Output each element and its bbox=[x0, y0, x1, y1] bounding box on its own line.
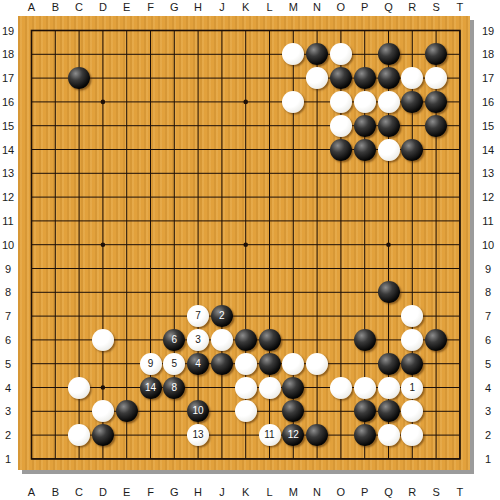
col-label-bottom-E: E bbox=[119, 486, 135, 499]
white-stone-N5[interactable] bbox=[306, 353, 328, 375]
row-label-left-5: 5 bbox=[0, 358, 16, 371]
row-label-left-2: 2 bbox=[0, 429, 16, 442]
col-label-top-D: D bbox=[95, 1, 111, 14]
white-stone-L4[interactable] bbox=[259, 377, 281, 399]
black-stone-R5[interactable] bbox=[401, 353, 423, 375]
col-label-top-A: A bbox=[24, 1, 40, 14]
black-stone-F4[interactable]: 14 bbox=[140, 377, 162, 399]
col-label-bottom-N: N bbox=[309, 486, 325, 499]
black-stone-O14[interactable] bbox=[330, 139, 352, 161]
white-stone-D6[interactable] bbox=[92, 329, 114, 351]
col-label-bottom-C: C bbox=[71, 486, 87, 499]
row-label-right-10: 10 bbox=[480, 239, 496, 252]
black-stone-O17[interactable] bbox=[330, 67, 352, 89]
white-stone-K3[interactable] bbox=[235, 400, 257, 422]
black-stone-Q17[interactable] bbox=[378, 67, 400, 89]
white-stone-O15[interactable] bbox=[330, 115, 352, 137]
col-label-top-K: K bbox=[238, 1, 254, 14]
move-number-label: 5 bbox=[172, 359, 178, 369]
col-label-top-J: J bbox=[214, 1, 230, 14]
row-label-left-19: 19 bbox=[0, 25, 16, 38]
move-number-label: 8 bbox=[172, 383, 178, 393]
row-label-left-15: 15 bbox=[0, 120, 16, 133]
black-stone-E3[interactable] bbox=[116, 400, 138, 422]
white-stone-C4[interactable] bbox=[68, 377, 90, 399]
row-label-left-10: 10 bbox=[0, 239, 16, 252]
move-number-label: 10 bbox=[193, 406, 204, 416]
col-label-top-C: C bbox=[71, 1, 87, 14]
row-label-right-19: 19 bbox=[480, 25, 496, 38]
col-label-bottom-S: S bbox=[428, 486, 444, 499]
black-stone-Q8[interactable] bbox=[378, 281, 400, 303]
row-label-left-1: 1 bbox=[0, 453, 16, 466]
col-label-bottom-O: O bbox=[333, 486, 349, 499]
white-stone-R4[interactable]: 1 bbox=[401, 377, 423, 399]
col-label-top-L: L bbox=[262, 1, 278, 14]
col-label-bottom-J: J bbox=[214, 486, 230, 499]
row-label-right-8: 8 bbox=[480, 286, 496, 299]
row-label-right-6: 6 bbox=[480, 334, 496, 347]
row-label-right-14: 14 bbox=[480, 144, 496, 157]
black-stone-G4[interactable]: 8 bbox=[163, 377, 185, 399]
white-stone-K4[interactable] bbox=[235, 377, 257, 399]
col-label-bottom-B: B bbox=[47, 486, 63, 499]
black-stone-J5[interactable] bbox=[211, 353, 233, 375]
black-stone-Q5[interactable] bbox=[378, 353, 400, 375]
row-label-right-9: 9 bbox=[480, 263, 496, 276]
col-label-top-M: M bbox=[285, 1, 301, 14]
col-label-top-G: G bbox=[166, 1, 182, 14]
black-stone-S6[interactable] bbox=[425, 329, 447, 351]
go-game-screenshot: AABBCCDDEEFFGGHHJJKKLLMMNNOOPPQQRRSSTT19… bbox=[0, 0, 500, 500]
row-label-right-2: 2 bbox=[480, 429, 496, 442]
row-label-right-7: 7 bbox=[480, 310, 496, 323]
row-label-right-3: 3 bbox=[480, 405, 496, 418]
move-number-label: 13 bbox=[193, 430, 204, 440]
row-label-right-12: 12 bbox=[480, 191, 496, 204]
black-stone-S15[interactable] bbox=[425, 115, 447, 137]
black-stone-K6[interactable] bbox=[235, 329, 257, 351]
col-label-top-O: O bbox=[333, 1, 349, 14]
black-stone-Q18[interactable] bbox=[378, 43, 400, 65]
row-label-left-13: 13 bbox=[0, 167, 16, 180]
col-label-bottom-Q: Q bbox=[381, 486, 397, 499]
white-stone-O4[interactable] bbox=[330, 377, 352, 399]
black-stone-P2[interactable] bbox=[354, 424, 376, 446]
move-number-label: 7 bbox=[195, 311, 201, 321]
black-stone-Q15[interactable] bbox=[378, 115, 400, 137]
white-stone-P4[interactable] bbox=[354, 377, 376, 399]
col-label-bottom-D: D bbox=[95, 486, 111, 499]
white-stone-Q14[interactable] bbox=[378, 139, 400, 161]
row-label-left-17: 17 bbox=[0, 72, 16, 85]
move-number-label: 6 bbox=[172, 335, 178, 345]
white-stone-Q4[interactable] bbox=[378, 377, 400, 399]
col-label-top-B: B bbox=[47, 1, 63, 14]
white-stone-M5[interactable] bbox=[282, 353, 304, 375]
row-label-right-15: 15 bbox=[480, 120, 496, 133]
row-label-left-3: 3 bbox=[0, 405, 16, 418]
row-label-right-1: 1 bbox=[480, 453, 496, 466]
move-number-label: 1 bbox=[410, 383, 416, 393]
white-stone-O16[interactable] bbox=[330, 91, 352, 113]
white-stone-Q2[interactable] bbox=[378, 424, 400, 446]
black-stone-P6[interactable] bbox=[354, 329, 376, 351]
col-label-top-P: P bbox=[357, 1, 373, 14]
row-label-right-11: 11 bbox=[480, 215, 496, 228]
move-number-label: 14 bbox=[145, 383, 156, 393]
col-label-top-F: F bbox=[143, 1, 159, 14]
row-label-left-9: 9 bbox=[0, 263, 16, 276]
col-label-top-N: N bbox=[309, 1, 325, 14]
row-label-right-16: 16 bbox=[480, 96, 496, 109]
black-stone-L5[interactable] bbox=[259, 353, 281, 375]
white-stone-J6[interactable] bbox=[211, 329, 233, 351]
row-label-left-12: 12 bbox=[0, 191, 16, 204]
col-label-top-S: S bbox=[428, 1, 444, 14]
black-stone-P3[interactable] bbox=[354, 400, 376, 422]
goban-board[interactable]: 7263954148110131112 bbox=[18, 16, 470, 470]
move-number-label: 11 bbox=[264, 430, 274, 440]
col-label-bottom-G: G bbox=[166, 486, 182, 499]
col-label-bottom-H: H bbox=[190, 486, 206, 499]
black-stone-J7[interactable]: 2 bbox=[211, 305, 233, 327]
move-number-label: 2 bbox=[219, 311, 225, 321]
white-stone-H6[interactable]: 3 bbox=[187, 329, 209, 351]
row-label-left-7: 7 bbox=[0, 310, 16, 323]
black-stone-L6[interactable] bbox=[259, 329, 281, 351]
row-label-left-11: 11 bbox=[0, 215, 16, 228]
white-stone-F5[interactable]: 9 bbox=[140, 353, 162, 375]
white-stone-Q16[interactable] bbox=[378, 91, 400, 113]
col-label-bottom-R: R bbox=[404, 486, 420, 499]
move-number-label: 9 bbox=[148, 359, 154, 369]
row-label-right-4: 4 bbox=[480, 382, 496, 395]
row-label-left-4: 4 bbox=[0, 382, 16, 395]
col-label-top-R: R bbox=[404, 1, 420, 14]
col-label-bottom-P: P bbox=[357, 486, 373, 499]
black-stone-D2[interactable] bbox=[92, 424, 114, 446]
col-label-top-H: H bbox=[190, 1, 206, 14]
col-label-bottom-A: A bbox=[24, 486, 40, 499]
black-stone-P17[interactable] bbox=[354, 67, 376, 89]
col-label-top-E: E bbox=[119, 1, 135, 14]
move-number-label: 4 bbox=[195, 359, 201, 369]
white-stone-P16[interactable] bbox=[354, 91, 376, 113]
black-stone-P14[interactable] bbox=[354, 139, 376, 161]
white-stone-L2[interactable]: 11 bbox=[259, 424, 281, 446]
black-stone-R14[interactable] bbox=[401, 139, 423, 161]
col-label-bottom-F: F bbox=[143, 486, 159, 499]
row-label-left-14: 14 bbox=[0, 144, 16, 157]
col-label-bottom-T: T bbox=[452, 486, 468, 499]
black-stone-M4[interactable] bbox=[282, 377, 304, 399]
row-label-left-16: 16 bbox=[0, 96, 16, 109]
black-stone-P15[interactable] bbox=[354, 115, 376, 137]
white-stone-K5[interactable] bbox=[235, 353, 257, 375]
black-stone-S16[interactable] bbox=[425, 91, 447, 113]
white-stone-G5[interactable]: 5 bbox=[163, 353, 185, 375]
col-label-bottom-L: L bbox=[262, 486, 278, 499]
row-label-right-18: 18 bbox=[480, 48, 496, 61]
black-stone-H5[interactable]: 4 bbox=[187, 353, 209, 375]
row-label-left-18: 18 bbox=[0, 48, 16, 61]
col-label-bottom-K: K bbox=[238, 486, 254, 499]
col-label-top-T: T bbox=[452, 1, 468, 14]
row-label-right-5: 5 bbox=[480, 358, 496, 371]
col-label-top-Q: Q bbox=[381, 1, 397, 14]
col-label-bottom-M: M bbox=[285, 486, 301, 499]
black-stone-Q3[interactable] bbox=[378, 400, 400, 422]
row-label-right-13: 13 bbox=[480, 167, 496, 180]
row-label-left-8: 8 bbox=[0, 286, 16, 299]
move-number-label: 3 bbox=[195, 335, 201, 345]
row-label-left-6: 6 bbox=[0, 334, 16, 347]
row-label-right-17: 17 bbox=[480, 72, 496, 85]
move-number-label: 12 bbox=[288, 430, 299, 440]
